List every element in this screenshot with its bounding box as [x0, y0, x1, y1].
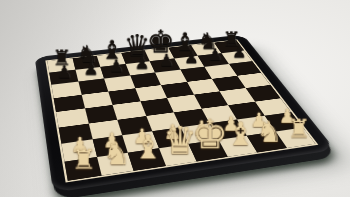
- chess-board: ♜♞♝♛♚♝♞♜♟♟♟♟♟♟♟♟♟♟♟♟♟♟♟♟♜♞♝♛♚♝♞♜: [35, 35, 336, 193]
- black-pawn: ♟: [43, 63, 85, 80]
- square-f6: [180, 67, 212, 82]
- square-a1: ♜: [65, 157, 102, 181]
- square-b4: [85, 105, 118, 123]
- square-h4: [245, 85, 280, 102]
- square-c4: [113, 101, 146, 119]
- photo-scene: ♜♞♝♛♚♝♞♜♟♟♟♟♟♟♟♟♟♟♟♟♟♟♟♟♜♞♝♛♚♝♞♜: [0, 0, 350, 197]
- square-a4: [56, 108, 88, 127]
- white-rook: ♜: [58, 146, 110, 174]
- product-photo: ♜♞♝♛♚♝♞♜♟♟♟♟♟♟♟♟♟♟♟♟♟♟♟♟♜♞♝♛♚♝♞♜: [0, 0, 350, 197]
